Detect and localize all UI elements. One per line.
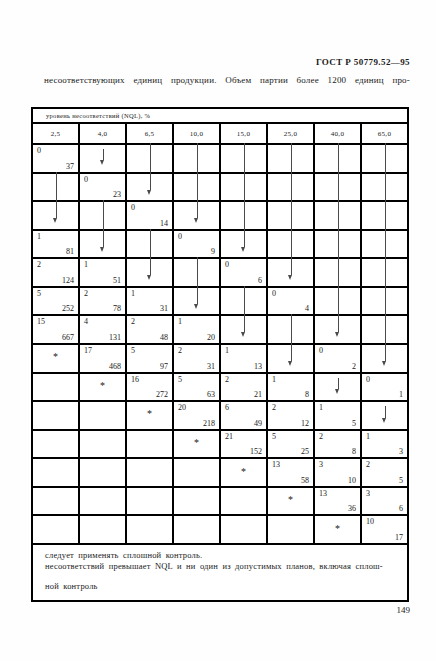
down-arrow-icon	[385, 143, 386, 174]
plan-cell: 131	[127, 288, 172, 315]
down-arrow-head-icon	[147, 190, 151, 195]
plan-cell: 21152	[221, 431, 266, 458]
footnote-line: несоответствий превышает NQL и ни один и…	[45, 561, 399, 572]
down-arrow-head-icon	[288, 275, 292, 280]
empty-cell	[33, 431, 78, 458]
asterisk-mark: *	[288, 495, 293, 506]
asterisk-mark: *	[194, 437, 199, 448]
sample-size: 131	[109, 333, 121, 342]
asterisk-mark: *	[335, 523, 340, 534]
sample-size: 9	[211, 247, 215, 256]
sample-size: 21	[254, 390, 262, 399]
acceptance-number: 10	[366, 517, 374, 526]
arrow-cell	[315, 174, 360, 201]
sample-size: 37	[66, 162, 74, 171]
plan-cell: 13	[362, 431, 407, 458]
acceptance-number: 3	[366, 489, 370, 498]
plan-cell: 16272	[127, 374, 172, 401]
down-arrow-icon	[385, 229, 386, 260]
sample-size: 31	[207, 362, 215, 371]
arrow-cell	[174, 259, 219, 286]
down-arrow-icon	[338, 172, 339, 203]
plan-cell: 151	[80, 259, 125, 286]
arrow-cell	[221, 202, 266, 229]
sample-size: 81	[66, 247, 74, 256]
plan-cell: 525	[268, 431, 313, 458]
down-arrow-icon	[385, 406, 386, 417]
sample-size: 14	[160, 219, 168, 228]
down-arrow-icon	[385, 314, 386, 345]
sample-size: 8	[352, 447, 356, 456]
acceptance-number: 3	[319, 460, 323, 469]
down-arrow-head-icon	[241, 247, 245, 252]
star-cell: *	[221, 459, 266, 486]
sample-size: 12	[301, 419, 309, 428]
arrow-cell	[315, 145, 360, 172]
empty-cell	[174, 459, 219, 486]
sample-size: 51	[113, 276, 121, 285]
plan-cell: 15	[315, 402, 360, 429]
down-arrow-icon	[385, 172, 386, 203]
plan-cell: 18	[268, 374, 313, 401]
acceptance-number: 2	[272, 403, 276, 412]
sample-size: 17	[395, 533, 403, 542]
down-arrow-head-icon	[194, 304, 198, 309]
footnote-line: ной контроль	[45, 581, 399, 592]
arrow-cell	[362, 145, 407, 172]
down-arrow-icon	[291, 229, 292, 260]
column-header-nql: 15,0	[221, 124, 266, 143]
down-arrow-head-icon	[100, 160, 104, 165]
acceptance-number: 5	[131, 346, 135, 355]
down-arrow-icon	[291, 314, 292, 345]
sample-size: 31	[160, 304, 168, 313]
down-arrow-icon	[338, 200, 339, 231]
sample-size: 272	[156, 390, 168, 399]
arrow-cell	[221, 288, 266, 315]
arrow-cell	[127, 231, 172, 258]
arrow-cell	[315, 259, 360, 286]
empty-cell	[127, 488, 172, 515]
arrow-cell	[221, 316, 266, 343]
empty-cell	[80, 488, 125, 515]
sample-size: 10	[348, 476, 356, 485]
down-arrow-icon	[103, 149, 104, 160]
arrow-cell	[33, 174, 78, 201]
down-arrow-head-icon	[335, 389, 339, 394]
acceptance-number: 0	[225, 260, 229, 269]
acceptance-number: 1	[84, 260, 88, 269]
down-arrow-head-icon	[194, 218, 198, 223]
arrow-cell	[174, 202, 219, 229]
plan-cell: 1358	[268, 459, 313, 486]
acceptance-number: 2	[37, 260, 41, 269]
plan-cell: 04	[268, 288, 313, 315]
plan-cell: 15667	[33, 316, 78, 343]
empty-cell	[80, 516, 125, 543]
down-arrow-icon	[197, 257, 198, 288]
plan-cell: 248	[127, 316, 172, 343]
sample-size: 2	[352, 362, 356, 371]
table-footnote: следует применять сплошной контроль. нес…	[33, 545, 407, 600]
sample-size: 252	[62, 304, 74, 313]
down-arrow-icon	[56, 200, 57, 218]
sample-size: 124	[62, 276, 74, 285]
down-arrow-icon	[244, 229, 245, 247]
arrow-cell	[127, 174, 172, 201]
sample-size: 468	[109, 362, 121, 371]
down-arrow-icon	[338, 286, 339, 317]
plan-cell: 113	[221, 345, 266, 372]
acceptance-number: 2	[319, 432, 323, 441]
down-arrow-icon	[150, 172, 151, 190]
down-arrow-icon	[291, 143, 292, 174]
plan-cell: 25	[362, 459, 407, 486]
sample-size: 8	[305, 390, 309, 399]
arrow-cell	[268, 345, 313, 372]
arrow-cell	[268, 259, 313, 286]
acceptance-number: 13	[272, 460, 280, 469]
down-arrow-head-icon	[53, 218, 57, 223]
sample-size: 97	[160, 362, 168, 371]
empty-cell	[80, 402, 125, 429]
arrow-cell	[362, 259, 407, 286]
arrow-cell	[80, 145, 125, 172]
arrow-cell	[315, 288, 360, 315]
sample-size: 49	[254, 419, 262, 428]
down-arrow-head-icon	[147, 275, 151, 280]
empty-cell	[174, 516, 219, 543]
footnote-line: следует применять сплошной контроль.	[45, 550, 399, 561]
down-arrow-icon	[338, 257, 339, 288]
sample-size: 5	[399, 476, 403, 485]
sample-size: 13	[254, 362, 262, 371]
plan-cell: 120	[174, 316, 219, 343]
acceptance-number: 20	[178, 403, 186, 412]
acceptance-number: 1	[366, 432, 370, 441]
sample-size: 3	[399, 447, 403, 456]
down-arrow-icon	[244, 172, 245, 203]
empty-cell	[268, 516, 313, 543]
empty-cell	[174, 488, 219, 515]
empty-cell	[127, 516, 172, 543]
down-arrow-icon	[244, 143, 245, 174]
acceptance-number: 0	[366, 375, 370, 384]
arrow-cell	[268, 174, 313, 201]
acceptance-number: 16	[131, 375, 139, 384]
star-cell: *	[174, 431, 219, 458]
empty-cell	[221, 488, 266, 515]
asterisk-mark: *	[241, 466, 246, 477]
acceptance-number: 0	[84, 175, 88, 184]
arrow-cell	[221, 145, 266, 172]
down-arrow-icon	[150, 229, 151, 260]
sample-size: 5	[352, 419, 356, 428]
arrow-cell	[127, 145, 172, 172]
asterisk-mark: *	[53, 352, 58, 363]
sample-size: 36	[348, 504, 356, 513]
sample-size: 25	[301, 447, 309, 456]
down-arrow-icon	[385, 343, 386, 361]
down-arrow-icon	[150, 143, 151, 174]
arrow-cell	[362, 231, 407, 258]
star-cell: *	[315, 516, 360, 543]
column-header-nql: 4,0	[80, 124, 125, 143]
plan-cell: 014	[127, 202, 172, 229]
arrow-cell	[268, 316, 313, 343]
plan-cell: 02	[315, 345, 360, 372]
arrow-cell	[174, 174, 219, 201]
plan-cell: 221	[221, 374, 266, 401]
down-arrow-icon	[244, 200, 245, 231]
star-cell: *	[127, 402, 172, 429]
down-arrow-head-icon	[100, 247, 104, 252]
empty-cell	[80, 431, 125, 458]
sample-size: 58	[301, 476, 309, 485]
arrow-cell	[221, 174, 266, 201]
acceptance-number: 2	[225, 375, 229, 384]
sample-size: 1	[399, 390, 403, 399]
plan-cell: 17468	[80, 345, 125, 372]
down-arrow-icon	[244, 286, 245, 317]
plan-cell: 1336	[315, 488, 360, 515]
down-arrow-icon	[103, 200, 104, 231]
down-arrow-icon	[197, 143, 198, 174]
empty-cell	[33, 516, 78, 543]
plan-cell: 212	[268, 402, 313, 429]
plan-cell: 01	[362, 374, 407, 401]
acceptance-number: 6	[225, 403, 229, 412]
empty-cell	[127, 431, 172, 458]
down-arrow-icon	[385, 200, 386, 231]
column-header-nql: 2,5	[33, 124, 78, 143]
down-arrow-head-icon	[335, 332, 339, 337]
acceptance-number: 1	[225, 346, 229, 355]
empty-cell	[221, 516, 266, 543]
document-page: { "game": "gost-acceptance-sampling-plan…	[0, 0, 436, 661]
down-arrow-icon	[338, 229, 339, 260]
acceptance-number: 1	[37, 232, 41, 241]
plan-cell: 06	[221, 259, 266, 286]
star-cell: *	[80, 374, 125, 401]
arrow-cell	[362, 402, 407, 429]
down-arrow-icon	[291, 257, 292, 275]
acceptance-number: 0	[319, 346, 323, 355]
acceptance-number: 4	[84, 317, 88, 326]
arrow-cell	[80, 231, 125, 258]
arrow-cell	[362, 202, 407, 229]
plan-cell: 037	[33, 145, 78, 172]
sample-size: 4	[305, 304, 309, 313]
down-arrow-icon	[291, 172, 292, 203]
sampling-plan-table: уровень несоответствий (NQL), % 2,54,06,…	[31, 107, 409, 602]
arrow-cell	[315, 316, 360, 343]
acceptance-number: 2	[84, 289, 88, 298]
empty-cell	[33, 374, 78, 401]
arrow-cell	[268, 202, 313, 229]
down-arrow-icon	[338, 378, 339, 389]
acceptance-number: 1	[178, 317, 182, 326]
plan-cell: 5252	[33, 288, 78, 315]
down-arrow-icon	[385, 257, 386, 288]
sample-size: 6	[258, 276, 262, 285]
acceptance-number: 21	[225, 432, 233, 441]
table-caption: уровень несоответствий (NQL), %	[33, 109, 407, 122]
column-header-nql: 65,0	[362, 124, 407, 143]
arrow-cell	[127, 259, 172, 286]
acceptance-number: 2	[178, 346, 182, 355]
down-arrow-icon	[385, 286, 386, 317]
plan-cell: 278	[80, 288, 125, 315]
acceptance-number: 1	[272, 375, 276, 384]
arrow-cell	[268, 231, 313, 258]
empty-cell	[33, 488, 78, 515]
empty-cell	[33, 459, 78, 486]
arrow-cell	[174, 288, 219, 315]
intro-paragraph: несоответствующих единиц продукции. Объе…	[44, 75, 410, 85]
arrow-cell	[33, 202, 78, 229]
down-arrow-head-icon	[241, 332, 245, 337]
down-arrow-icon	[338, 314, 339, 332]
plan-cell: 649	[221, 402, 266, 429]
arrow-cell	[221, 231, 266, 258]
arrow-cell	[315, 374, 360, 401]
sample-size: 23	[113, 190, 121, 199]
column-header-nql: 25,0	[268, 124, 313, 143]
acceptance-number: 2	[366, 460, 370, 469]
acceptance-number: 1	[319, 403, 323, 412]
sample-size: 218	[203, 419, 215, 428]
acceptance-number: 5	[272, 432, 276, 441]
down-arrow-head-icon	[382, 418, 386, 423]
sample-size: 152	[250, 447, 262, 456]
down-arrow-icon	[150, 257, 151, 275]
arrow-cell	[315, 202, 360, 229]
acceptance-number: 5	[178, 375, 182, 384]
down-arrow-icon	[197, 200, 198, 218]
plan-cell: 597	[127, 345, 172, 372]
sample-size: 667	[62, 333, 74, 342]
column-header-nql: 10,0	[174, 124, 219, 143]
arrow-cell	[362, 316, 407, 343]
acceptance-number: 1	[131, 289, 135, 298]
arrow-cell	[174, 145, 219, 172]
arrow-cell	[315, 231, 360, 258]
column-header-nql: 40,0	[315, 124, 360, 143]
plan-cell: 36	[362, 488, 407, 515]
acceptance-number: 17	[84, 346, 92, 355]
acceptance-number: 13	[319, 489, 327, 498]
column-header-row: 2,54,06,510,015,025,040,065,0	[33, 124, 407, 143]
empty-cell	[127, 459, 172, 486]
acceptance-number: 15	[37, 317, 45, 326]
empty-cell	[33, 402, 78, 429]
asterisk-mark: *	[100, 380, 105, 391]
table-body-grid: 0370230141810921241510652522781310415667…	[33, 145, 407, 543]
document-number: ГОСТ Р 50779.52—95	[0, 57, 410, 67]
acceptance-number: 0	[178, 232, 182, 241]
plan-cell: 563	[174, 374, 219, 401]
acceptance-number: 2	[131, 317, 135, 326]
arrow-cell	[80, 202, 125, 229]
down-arrow-head-icon	[288, 361, 292, 366]
down-arrow-head-icon	[382, 361, 386, 366]
arrow-cell	[362, 288, 407, 315]
arrow-cell	[268, 145, 313, 172]
acceptance-number: 0	[37, 146, 41, 155]
column-header-nql: 6,5	[127, 124, 172, 143]
down-arrow-icon	[291, 200, 292, 231]
plan-cell: 310	[315, 459, 360, 486]
plan-cell: 4131	[80, 316, 125, 343]
down-arrow-icon	[56, 172, 57, 203]
down-arrow-icon	[338, 143, 339, 174]
plan-cell: 09	[174, 231, 219, 258]
plan-cell: 28	[315, 431, 360, 458]
acceptance-number: 5	[37, 289, 41, 298]
plan-cell: 1017	[362, 516, 407, 543]
arrow-cell	[362, 345, 407, 372]
empty-cell	[80, 459, 125, 486]
plan-cell: 181	[33, 231, 78, 258]
down-arrow-icon	[103, 229, 104, 247]
page-number: 149	[397, 605, 411, 615]
plan-cell: 2124	[33, 259, 78, 286]
down-arrow-icon	[197, 172, 198, 203]
plan-cell: 20218	[174, 402, 219, 429]
acceptance-number: 0	[272, 289, 276, 298]
acceptance-number: 0	[131, 203, 135, 212]
plan-cell: 023	[80, 174, 125, 201]
asterisk-mark: *	[147, 409, 152, 420]
down-arrow-icon	[244, 314, 245, 332]
sample-size: 48	[160, 333, 168, 342]
down-arrow-icon	[197, 286, 198, 304]
star-cell: *	[33, 345, 78, 372]
sample-size: 78	[113, 304, 121, 313]
down-arrow-icon	[291, 343, 292, 361]
sample-size: 20	[207, 333, 215, 342]
plan-cell: 231	[174, 345, 219, 372]
star-cell: *	[268, 488, 313, 515]
sample-size: 6	[399, 504, 403, 513]
sample-size: 63	[207, 390, 215, 399]
arrow-cell	[362, 174, 407, 201]
